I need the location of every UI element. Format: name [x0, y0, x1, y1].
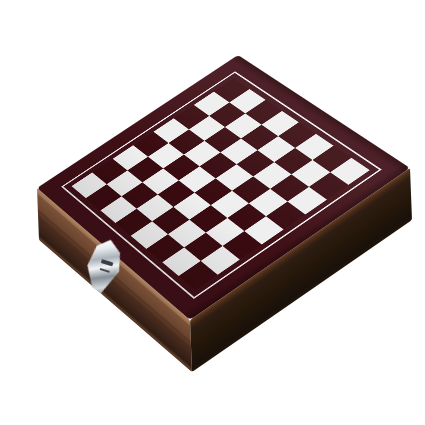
chess-box — [0, 0, 425, 425]
product-photo-stage — [0, 0, 425, 425]
latch-slot — [101, 259, 113, 267]
